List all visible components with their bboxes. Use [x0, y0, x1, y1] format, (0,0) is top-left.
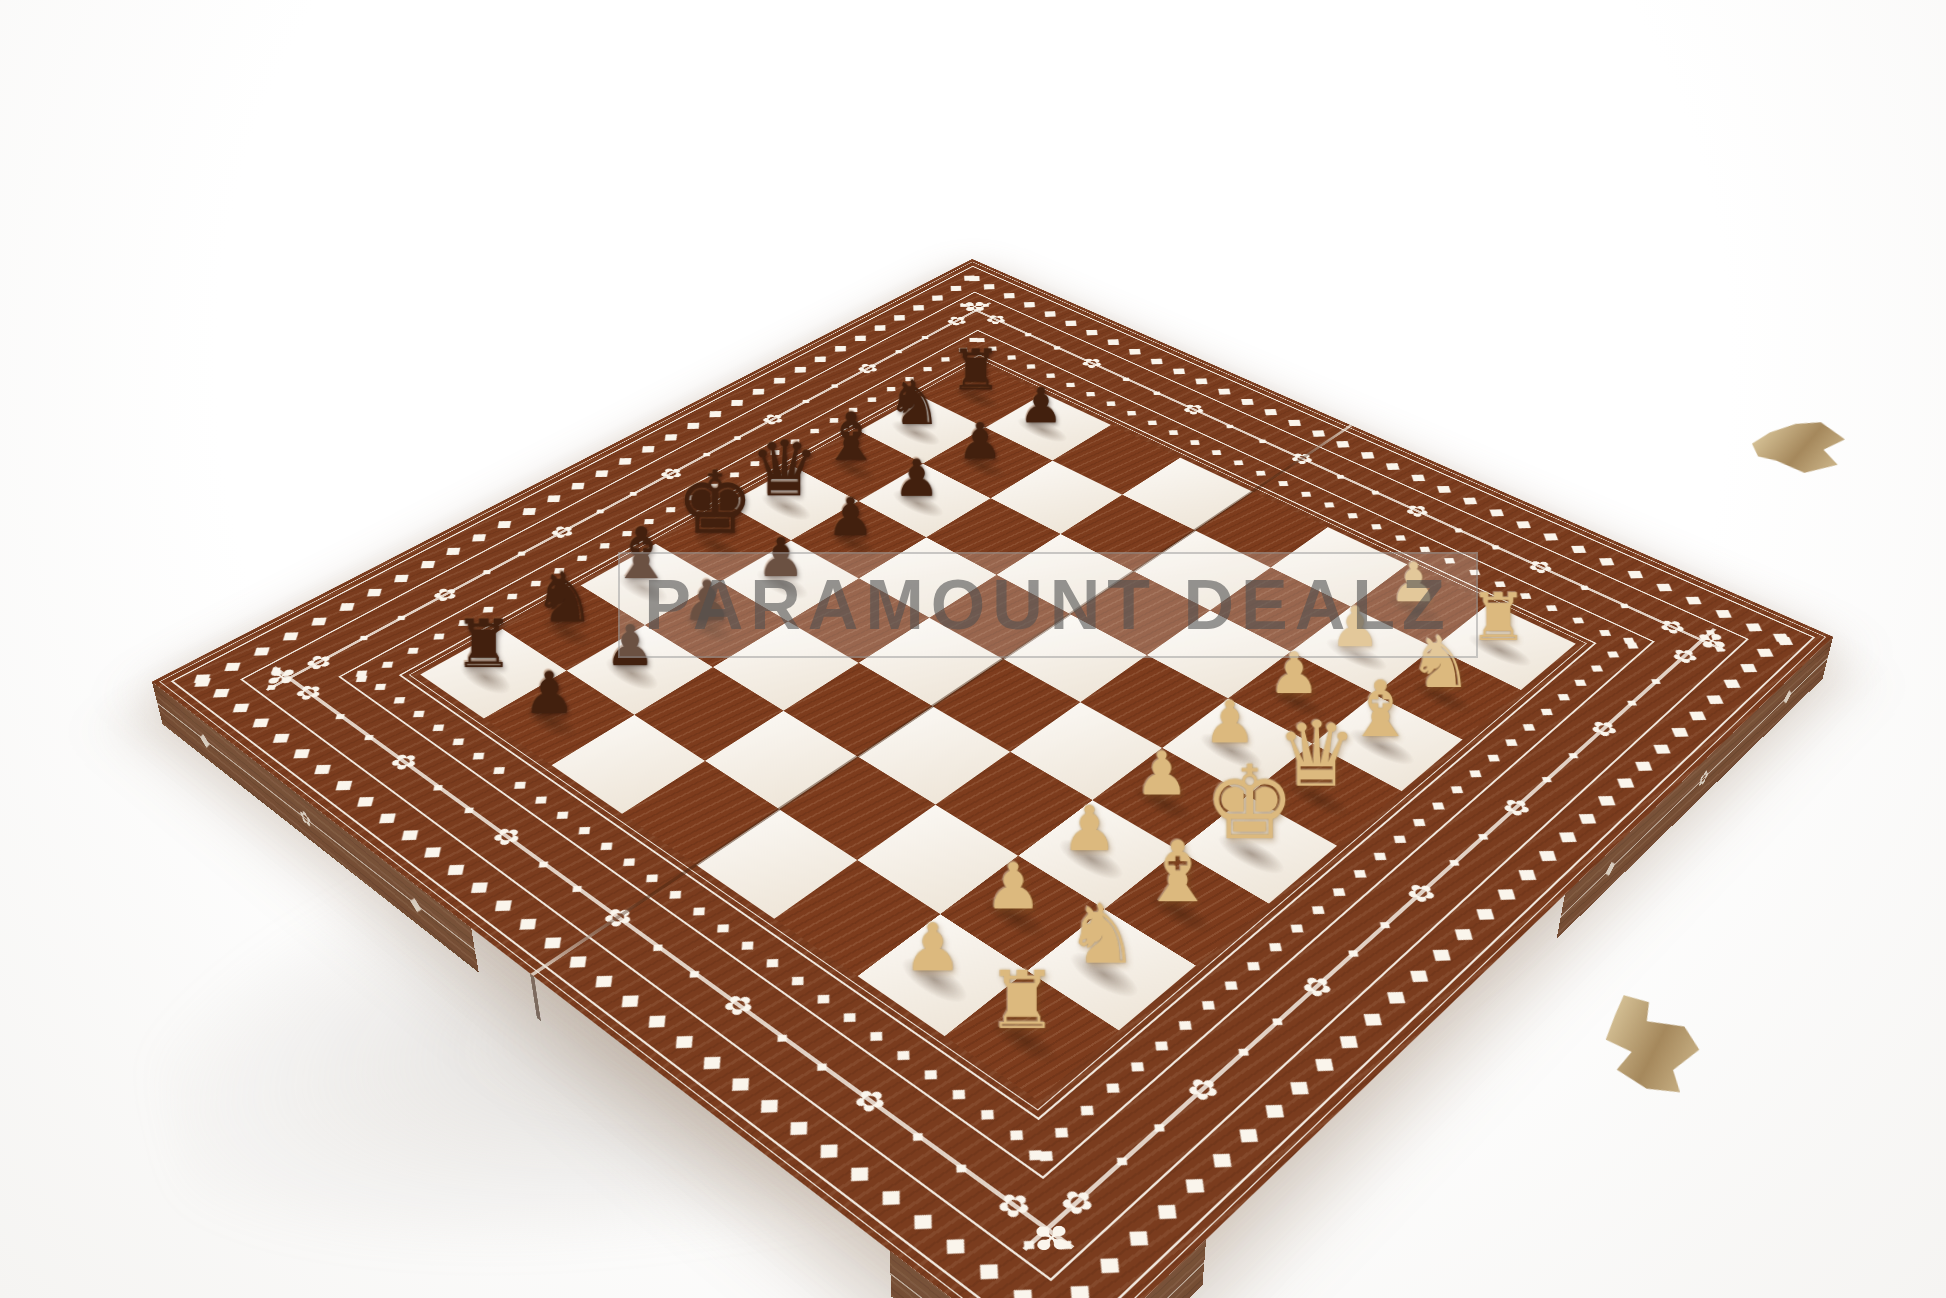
diamond-inlay-icon: ◆ — [1333, 1027, 1368, 1054]
diamond-inlay-icon: ◆ — [1577, 582, 1593, 592]
diamond-inlay-icon: ◆ — [1592, 789, 1623, 811]
diamond-inlay-icon: ◆ — [1091, 1248, 1131, 1281]
diamond-inlay-icon: ◆ — [1049, 1120, 1077, 1142]
diamond-inlay-icon: ◆ — [1022, 331, 1036, 338]
diamond-inlay-icon: ◆ — [1283, 1073, 1319, 1101]
diamond-inlay-icon: ◆ — [998, 289, 1022, 301]
diamond-inlay-icon: ◆ — [492, 516, 520, 532]
diamond-inlay-icon: ◆ — [681, 418, 707, 432]
diamond-inlay-icon: ◆ — [1320, 499, 1340, 511]
diamond-inlay-icon: ◆ — [1711, 604, 1739, 622]
diamond-inlay-icon: ◆ — [1630, 755, 1660, 776]
diamond-inlay-icon: ◆ — [1566, 541, 1593, 557]
flower-inlay-icon: ❀ — [527, 983, 543, 1012]
flower-inlay-icon: ✿ — [1696, 766, 1711, 792]
diamond-inlay-icon: ◆ — [640, 1007, 677, 1034]
diamond-inlay-icon: ◆ — [1149, 1195, 1188, 1227]
diamond-inlay-icon: ◆ — [332, 710, 351, 721]
diamond-inlay-icon: ◆ — [723, 1069, 760, 1097]
diamond-inlay-icon: ◆ — [1242, 956, 1268, 975]
diamond-inlay-icon: ◆ — [1376, 918, 1396, 932]
flower-inlay-icon: ❀ — [1501, 953, 1517, 982]
diamond-inlay-icon: ◆ — [1741, 618, 1769, 636]
sprig-inlay-icon: ◆ — [198, 727, 212, 752]
diamond-inlay-icon: ◆ — [1448, 921, 1481, 946]
diamond-inlay-icon: ◆ — [970, 1254, 1010, 1287]
diamond-inlay-icon: ◆ — [1533, 844, 1565, 867]
diamond-inlay-icon: ◆ — [695, 1048, 732, 1076]
diamond-inlay-icon: ◆ — [1124, 345, 1149, 358]
diamond-inlay-icon: ◆ — [1594, 553, 1621, 570]
diamond-inlay-icon: ◆ — [1458, 493, 1484, 508]
diamond-inlay-icon: ◆ — [626, 489, 642, 498]
diamond-inlay-icon: ◆ — [809, 352, 834, 365]
diamond-inlay-icon: ◆ — [372, 807, 406, 829]
diamond-inlay-icon: ◆ — [1701, 689, 1730, 708]
diamond-inlay-icon: ◆ — [1102, 335, 1126, 348]
diamond-inlay-icon: ◆ — [1403, 962, 1437, 988]
diamond-inlay-icon: ◆ — [613, 454, 640, 469]
diamond-inlay-icon: ◆ — [1356, 448, 1382, 463]
diamond-inlay-icon: ◆ — [1484, 504, 1511, 520]
diamond-inlay-icon: ◆ — [1380, 984, 1415, 1010]
diamond-inlay-icon: ◆ — [308, 758, 341, 779]
diamond-inlay-icon: ◆ — [1470, 901, 1503, 925]
diamond-inlay-icon: ◆ — [1553, 825, 1585, 847]
diamond-inlay-icon: ◆ — [1391, 531, 1411, 543]
diamond-inlay-icon: ◆ — [1257, 1096, 1294, 1125]
diamond-inlay-icon: ◆ — [869, 321, 893, 333]
diamond-inlay-icon: ◆ — [888, 311, 912, 323]
diamond-inlay-icon: ◆ — [659, 430, 686, 444]
diamond-inlay-icon: ◆ — [1573, 807, 1604, 829]
diamond-inlay-icon: ◆ — [945, 282, 969, 294]
diamond-inlay-icon: ◆ — [1718, 673, 1747, 692]
diamond-inlay-icon: ◆ — [350, 790, 383, 812]
flower-inlay-icon: ✿ — [1076, 355, 1108, 372]
diamond-inlay-icon: ◆ — [1308, 1050, 1344, 1078]
diamond-inlay-icon: ◆ — [1145, 355, 1170, 368]
diamond-inlay-icon: ◆ — [277, 627, 308, 645]
flower-inlay-icon: ✿ — [941, 313, 973, 329]
diamond-inlay-icon: ◆ — [460, 803, 479, 816]
diamond-inlay-icon: ◆ — [905, 1205, 944, 1237]
diamond-inlay-icon: ◆ — [535, 857, 555, 870]
diamond-inlay-icon: ◆ — [514, 548, 531, 558]
diamond-inlay-icon: ◆ — [1684, 705, 1713, 725]
diamond-inlay-icon: ◆ — [587, 968, 623, 994]
diamond-inlay-icon: ◆ — [1081, 326, 1105, 338]
diamond-inlay-icon: ◆ — [388, 570, 417, 587]
diamond-inlay-icon: ◆ — [1236, 395, 1261, 409]
diamond-inlay-icon: ◆ — [1666, 721, 1696, 741]
diamond-inlay-icon: ◆ — [466, 529, 495, 545]
diamond-inlay-icon: ◆ — [1512, 863, 1544, 886]
diamond-inlay-icon: ◆ — [1446, 855, 1465, 868]
diamond-inlay-icon: ◆ — [1451, 525, 1467, 534]
diamond-inlay-icon: ◆ — [1259, 405, 1284, 419]
product-photo-background: ◆◆◆◆◆◆◆◆◆◆◆◆◆◆◆◆◆◆◆◆◆◆◆◆◆◆◆◆◆◆◆◆◆◆◆◆◆◆◆◆… — [0, 0, 1946, 1298]
diamond-inlay-icon: ◆ — [849, 332, 874, 344]
diamond-inlay-icon: ◆ — [1051, 344, 1065, 351]
diamond-inlay-icon: ◆ — [667, 1027, 704, 1054]
diamond-inlay-icon: ◆ — [361, 584, 391, 601]
diamond-inlay-icon: ◆ — [414, 556, 443, 573]
diamond-inlay-icon: ◆ — [1367, 520, 1387, 532]
flower-inlay-icon: ✿ — [1400, 501, 1435, 521]
diamond-inlay-icon: ◆ — [1283, 415, 1308, 429]
diamond-inlay-icon: ◆ — [1165, 427, 1184, 438]
diamond-inlay-icon: ◆ — [1125, 1056, 1152, 1077]
flower-inlay-icon: ✿ — [1294, 970, 1339, 1003]
diamond-inlay-icon: ◆ — [218, 657, 249, 676]
diamond-inlay-icon: ◆ — [1345, 945, 1365, 960]
diamond-inlay-icon: ◆ — [333, 598, 363, 615]
diamond-inlay-icon: ◆ — [919, 334, 933, 341]
diamond-inlay-icon: ◆ — [1186, 437, 1205, 448]
flower-inlay-icon: ✿ — [298, 805, 313, 832]
diamond-inlay-icon: ◆ — [892, 348, 907, 355]
diamond-inlay-icon: ◆ — [1018, 298, 1042, 310]
diamond-inlay-icon: ◆ — [1168, 364, 1193, 377]
diamond-inlay-icon: ◆ — [1624, 697, 1641, 708]
diamond-inlay-icon: ◆ — [636, 442, 663, 456]
diamond-inlay-icon: ◆ — [788, 363, 813, 376]
diamond-inlay-icon: ◆ — [1538, 528, 1565, 544]
diamond-inlay-icon: ◆ — [1112, 1152, 1134, 1170]
diamond-inlay-icon: ◆ — [1060, 317, 1084, 329]
diamond-inlay-icon: ◆ — [773, 1030, 794, 1046]
diamond-inlay-icon: ◆ — [1426, 942, 1460, 967]
diamond-inlay-icon: ◆ — [1264, 937, 1290, 956]
diamond-inlay-icon: ◆ — [440, 857, 474, 880]
diamond-inlay-icon: ◆ — [614, 987, 650, 1013]
flower-inlay-icon: ✿ — [803, 1197, 821, 1228]
diamond-inlay-icon: ◆ — [1204, 1144, 1242, 1174]
sprig-inlay-icon: ◆ — [408, 891, 423, 918]
flower-inlay-icon: ✿ — [846, 1082, 895, 1119]
diamond-inlay-icon: ◆ — [1039, 307, 1063, 319]
diamond-inlay-icon: ◆ — [725, 396, 751, 410]
diamond-inlay-icon: ◆ — [1075, 1099, 1103, 1121]
flower-inlay-icon: ✿ — [1522, 556, 1558, 578]
diamond-inlay-icon: ◆ — [1565, 749, 1583, 761]
diamond-inlay-icon: ◆ — [1150, 1119, 1172, 1136]
diamond-inlay-icon: ◆ — [1651, 578, 1678, 595]
diamond-inlay-icon: ◆ — [746, 385, 772, 398]
piece-white-rook[interactable]: ♜ — [931, 961, 1113, 1041]
folding-chess-board: ◆◆◆◆◆◆◆◆◆◆◆◆◆◆◆◆◆◆◆◆◆◆◆◆◆◆◆◆◆◆◆◆◆◆◆◆◆◆◆◆… — [152, 259, 1833, 1298]
diamond-inlay-icon: ◆ — [812, 1058, 834, 1074]
diamond-inlay-icon: ◆ — [811, 1135, 849, 1165]
diamond-inlay-icon: ◆ — [1223, 422, 1238, 430]
flower-inlay-icon: ✿ — [1496, 793, 1537, 821]
diamond-inlay-icon: ◆ — [1190, 374, 1215, 387]
diamond-inlay-icon: ◆ — [394, 823, 428, 845]
diamond-inlay-icon: ◆ — [873, 1181, 912, 1212]
flower-inlay-icon: ✿ — [1400, 878, 1443, 909]
diamond-inlay-icon: ◆ — [1268, 1013, 1289, 1029]
diamond-inlay-icon: ◆ — [685, 966, 706, 981]
diamond-inlay-icon: ◆ — [266, 727, 298, 747]
diamond-inlay-icon: ◆ — [1150, 389, 1165, 397]
diamond-inlay-icon: ◆ — [1735, 658, 1764, 677]
diamond-inlay-icon: ◆ — [361, 731, 380, 743]
diamond-inlay-icon: ◆ — [1368, 488, 1383, 497]
diamond-inlay-icon: ◆ — [1617, 600, 1633, 610]
flower-inlay-icon: ✿ — [485, 822, 529, 851]
diamond-inlay-icon: ◆ — [1061, 1275, 1101, 1298]
diamond-inlay-icon: ◆ — [1539, 773, 1557, 785]
diamond-inlay-icon: ◆ — [1331, 437, 1357, 451]
diamond-inlay-icon: ◆ — [1622, 566, 1649, 583]
diamond-inlay-icon: ◆ — [752, 1091, 790, 1120]
diamond-inlay-icon: ◆ — [926, 292, 950, 304]
watermark-text: PARAMOUNT DEALZ — [644, 565, 1452, 645]
diamond-inlay-icon: ◆ — [1357, 1005, 1392, 1032]
diamond-inlay-icon: ◆ — [951, 1159, 973, 1177]
diamond-inlay-icon: ◆ — [703, 407, 729, 421]
diamond-inlay-icon: ◆ — [417, 840, 451, 863]
diamond-inlay-icon: ◆ — [1681, 591, 1709, 608]
diamond-inlay-icon: ◆ — [1432, 481, 1458, 496]
diamond-inlay-icon: ◆ — [1491, 882, 1524, 906]
diamond-inlay-icon: ◆ — [248, 642, 279, 660]
diamond-inlay-icon: ◆ — [1144, 417, 1163, 427]
diamond-inlay-icon: ◆ — [908, 301, 932, 313]
diamond-inlay-icon: ◆ — [589, 466, 616, 481]
diamond-inlay-icon: ◆ — [828, 382, 843, 390]
diamond-inlay-icon: ◆ — [1123, 408, 1142, 418]
diamond-inlay-icon: ◆ — [1234, 1044, 1255, 1060]
diamond-inlay-icon: ◆ — [287, 743, 320, 763]
watermark: PARAMOUNT DEALZ — [618, 552, 1478, 658]
diamond-inlay-icon: ◆ — [735, 936, 761, 955]
diamond-inlay-icon: ◆ — [1121, 1221, 1160, 1253]
sprig-inlay-icon: ◆ — [1388, 1061, 1405, 1090]
diamond-inlay-icon: ◆ — [1475, 830, 1494, 843]
diamond-inlay-icon: ◆ — [1004, 1279, 1044, 1298]
diamond-inlay-icon: ◆ — [1177, 1170, 1215, 1201]
diamond-inlay-icon: ◆ — [488, 893, 523, 917]
diamond-inlay-icon: ◆ — [1611, 772, 1642, 793]
diamond-inlay-icon: ◆ — [246, 712, 278, 732]
diamond-inlay-icon: ◆ — [1648, 738, 1678, 758]
diamond-inlay-icon: ◆ — [1511, 516, 1538, 532]
sprig-inlay-icon: ◆ — [1781, 685, 1795, 708]
diamond-inlay-icon: ◆ — [937, 1229, 977, 1262]
flower-inlay-icon: ✿ — [1263, 1180, 1282, 1212]
diamond-inlay-icon: ◆ — [441, 542, 470, 558]
diamond-inlay-icon: ◆ — [842, 1158, 881, 1189]
diamond-inlay-icon: ◆ — [329, 774, 362, 795]
diamond-inlay-icon: ◆ — [1119, 375, 1134, 383]
flower-inlay-icon: ✿ — [715, 988, 762, 1022]
diamond-inlay-icon: ◆ — [517, 503, 545, 519]
diamond-inlay-icon: ◆ — [1307, 900, 1332, 918]
piece-black-pawn[interactable]: ♟ — [472, 665, 627, 723]
diamond-inlay-icon: ◆ — [541, 490, 569, 505]
diamond-inlay-icon: ◆ — [1343, 509, 1363, 521]
flower-inlay-icon: ✿ — [595, 902, 640, 933]
diamond-inlay-icon: ◆ — [1231, 1120, 1268, 1150]
diamond-inlay-icon: ◆ — [781, 1113, 819, 1142]
diamond-inlay-icon: ◆ — [1406, 470, 1432, 485]
diamond-inlay-icon: ◆ — [305, 612, 335, 630]
sprig-inlay-icon: ◆ — [1603, 855, 1618, 881]
diamond-inlay-icon: ◆ — [226, 697, 258, 716]
diamond-inlay-icon: ◆ — [1489, 542, 1505, 551]
diamond-inlay-icon: ◆ — [464, 875, 499, 898]
diamond-inlay-icon: ◆ — [1381, 459, 1407, 474]
diamond-inlay-icon: ◆ — [768, 374, 794, 387]
diamond-inlay-icon: ◆ — [512, 911, 547, 935]
diamond-inlay-icon: ◆ — [918, 1063, 946, 1084]
diamond-inlay-icon: ◆ — [565, 478, 593, 493]
diamond-inlay-icon: ◆ — [649, 940, 670, 955]
sprig-inlay-icon: ◆ — [659, 1085, 675, 1114]
diamond-inlay-icon: ◆ — [760, 953, 786, 972]
diamond-inlay-icon: ◆ — [1213, 384, 1238, 397]
diamond-inlay-icon: ◆ — [829, 342, 854, 355]
